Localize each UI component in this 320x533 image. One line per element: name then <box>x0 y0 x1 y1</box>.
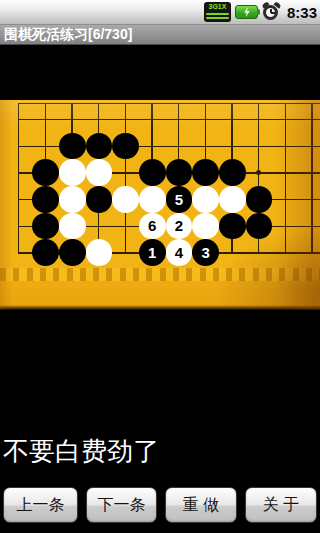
board-intersection[interactable] <box>246 159 273 186</box>
board-intersection[interactable] <box>246 186 273 213</box>
clock-hand <box>271 12 275 14</box>
board-intersection[interactable] <box>86 239 113 266</box>
board-intersection[interactable] <box>219 213 246 240</box>
status-bar: 3G1X 8:33 <box>0 0 320 25</box>
alarm-clock-icon <box>262 3 281 22</box>
board-intersection[interactable] <box>32 239 59 266</box>
board-intersection[interactable] <box>246 239 273 266</box>
white-stone <box>139 186 166 213</box>
signal-3g1x-icon: 3G1X <box>204 2 231 22</box>
board-intersection[interactable] <box>112 213 139 240</box>
board-intersection[interactable] <box>299 186 320 213</box>
board-intersection[interactable] <box>299 159 320 186</box>
result-message: 不要白费劲了 <box>3 436 159 466</box>
black-stone <box>246 186 273 213</box>
go-board: 562143 <box>0 100 320 310</box>
white-stone <box>59 186 86 213</box>
redo-button[interactable]: 重 做 <box>165 487 237 523</box>
signal-bar <box>206 13 229 15</box>
board-bottom-shadow <box>0 305 320 310</box>
status-time: 8:33 <box>287 4 317 21</box>
black-stone <box>219 213 246 240</box>
board-intersection[interactable] <box>6 159 33 186</box>
board-intersection[interactable] <box>32 213 59 240</box>
board-intersection[interactable] <box>272 213 299 240</box>
board-intersection[interactable] <box>86 133 113 160</box>
board-intersection[interactable] <box>192 159 219 186</box>
signal-label: 3G1X <box>206 3 229 11</box>
board-intersection[interactable] <box>59 213 86 240</box>
board-intersection[interactable] <box>59 106 86 133</box>
black-stone: 5 <box>166 186 193 213</box>
board-edge-sawtooth <box>0 268 320 281</box>
black-stone: 3 <box>192 239 219 266</box>
board-intersection[interactable] <box>246 106 273 133</box>
black-stone <box>139 159 166 186</box>
board-intersection[interactable] <box>32 159 59 186</box>
board-intersection[interactable] <box>219 106 246 133</box>
board-intersection[interactable] <box>272 239 299 266</box>
board-intersection[interactable] <box>219 159 246 186</box>
move-number: 1 <box>148 245 156 260</box>
app-screen: 3G1X 8:33 围棋死活练习[6/730] 562143 不要白费劲了 <box>0 0 320 533</box>
board-intersection[interactable] <box>112 159 139 186</box>
board-intersection[interactable] <box>299 213 320 240</box>
board-intersection[interactable] <box>166 106 193 133</box>
button-bar: 上一条 下一条 重 做 关 于 <box>0 487 320 523</box>
next-problem-button[interactable]: 下一条 <box>86 487 157 523</box>
board-intersection[interactable] <box>6 186 33 213</box>
board-intersection[interactable] <box>32 186 59 213</box>
white-stone: 4 <box>166 239 193 266</box>
board-intersection[interactable] <box>139 186 166 213</box>
board-intersection[interactable]: 6 <box>139 213 166 240</box>
board-intersection[interactable] <box>272 133 299 160</box>
star-point <box>256 170 261 175</box>
board-intersection[interactable] <box>32 133 59 160</box>
previous-problem-button[interactable]: 上一条 <box>3 487 78 523</box>
white-stone <box>59 159 86 186</box>
black-stone <box>59 239 86 266</box>
board-intersection[interactable] <box>86 159 113 186</box>
board-intersection[interactable] <box>192 186 219 213</box>
board-intersection[interactable] <box>299 133 320 160</box>
board-intersection[interactable]: 3 <box>192 239 219 266</box>
board-intersection[interactable] <box>59 239 86 266</box>
board-intersection[interactable] <box>192 106 219 133</box>
white-stone: 2 <box>166 213 193 240</box>
board-intersection[interactable] <box>219 186 246 213</box>
black-stone <box>166 159 193 186</box>
board-intersection[interactable] <box>59 186 86 213</box>
black-stone: 1 <box>139 239 166 266</box>
white-stone <box>59 213 86 240</box>
board-intersection[interactable] <box>299 239 320 266</box>
board-intersection[interactable]: 5 <box>166 186 193 213</box>
board-intersection[interactable] <box>112 106 139 133</box>
board-intersection[interactable] <box>299 106 320 133</box>
white-stone <box>192 186 219 213</box>
white-stone <box>86 239 113 266</box>
board-intersection[interactable] <box>112 186 139 213</box>
board-intersection[interactable] <box>272 159 299 186</box>
signal-bar <box>206 17 229 19</box>
battery-charging-icon <box>235 5 258 19</box>
board-intersection[interactable] <box>139 159 166 186</box>
lightning-bolt-icon <box>242 7 252 17</box>
black-stone <box>32 186 59 213</box>
title-bar: 围棋死活练习[6/730] <box>0 25 320 45</box>
white-stone: 6 <box>139 213 166 240</box>
board-intersection[interactable]: 2 <box>166 213 193 240</box>
board-intersection[interactable] <box>246 213 273 240</box>
board-intersection[interactable] <box>112 239 139 266</box>
board-intersection[interactable] <box>86 106 113 133</box>
white-stone <box>192 213 219 240</box>
board-intersection[interactable] <box>272 106 299 133</box>
move-number: 2 <box>175 218 183 233</box>
board-intersection[interactable] <box>166 159 193 186</box>
board-intersection[interactable] <box>6 133 33 160</box>
board-intersection[interactable] <box>219 133 246 160</box>
about-button[interactable]: 关 于 <box>245 487 317 523</box>
go-board-grid: 562143 <box>6 106 320 266</box>
move-number: 4 <box>175 245 183 260</box>
board-intersection[interactable] <box>166 133 193 160</box>
board-intersection[interactable] <box>6 213 33 240</box>
board-intersection[interactable] <box>6 106 33 133</box>
board-intersection[interactable]: 1 <box>139 239 166 266</box>
board-intersection[interactable] <box>86 186 113 213</box>
board-intersection[interactable] <box>6 239 33 266</box>
black-stone <box>32 159 59 186</box>
battery-nub <box>257 9 260 15</box>
board-intersection[interactable] <box>192 133 219 160</box>
board-intersection[interactable] <box>272 186 299 213</box>
board-intersection[interactable] <box>86 213 113 240</box>
move-number: 3 <box>201 245 209 260</box>
black-stone <box>86 186 113 213</box>
white-stone <box>219 186 246 213</box>
board-intersection[interactable] <box>219 239 246 266</box>
black-stone <box>86 133 113 160</box>
black-stone <box>112 133 139 160</box>
board-intersection[interactable] <box>59 133 86 160</box>
black-stone <box>32 213 59 240</box>
board-intersection[interactable] <box>192 213 219 240</box>
black-stone <box>32 239 59 266</box>
black-stone <box>59 133 86 160</box>
app-title: 围棋死活练习[6/730] <box>4 26 132 44</box>
board-intersection[interactable] <box>32 106 59 133</box>
board-intersection[interactable] <box>246 133 273 160</box>
black-stone <box>219 159 246 186</box>
white-stone <box>112 186 139 213</box>
move-number: 6 <box>148 218 156 233</box>
board-intersection[interactable] <box>139 106 166 133</box>
board-intersection[interactable]: 4 <box>166 239 193 266</box>
board-intersection[interactable] <box>112 133 139 160</box>
board-intersection[interactable] <box>59 159 86 186</box>
move-number: 5 <box>175 192 183 207</box>
board-intersection[interactable] <box>139 133 166 160</box>
black-stone <box>246 213 273 240</box>
white-stone <box>86 159 113 186</box>
board-apron <box>0 281 320 308</box>
black-stone <box>192 159 219 186</box>
